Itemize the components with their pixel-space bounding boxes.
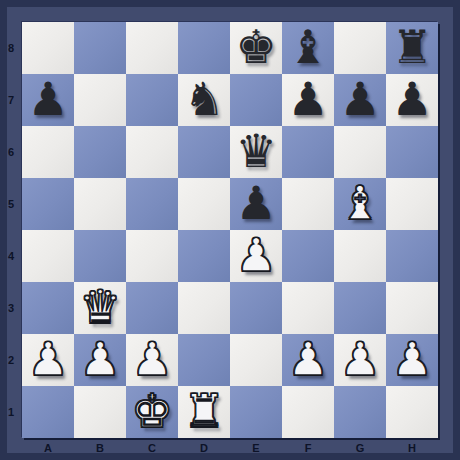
square-h2[interactable]: ♟ <box>386 334 438 386</box>
file-label-b: B <box>74 438 126 460</box>
square-c8[interactable] <box>126 22 178 74</box>
square-f4[interactable] <box>282 230 334 282</box>
square-g5[interactable]: ♝ <box>334 178 386 230</box>
square-e1[interactable] <box>230 386 282 438</box>
file-label-a: A <box>22 438 74 460</box>
file-labels: ABCDEFGH <box>22 438 438 460</box>
piece-black-pawn-a7[interactable]: ♟ <box>27 76 68 122</box>
chess-board: ♚♝♜♟♞♟♟♟♛♟♝♟♛♟♟♟♟♟♟♚♜ <box>22 22 438 438</box>
file-label-e: E <box>230 438 282 460</box>
square-a5[interactable] <box>22 178 74 230</box>
square-a3[interactable] <box>22 282 74 334</box>
square-f2[interactable]: ♟ <box>282 334 334 386</box>
rank-labels: 87654321 <box>0 22 22 438</box>
square-g7[interactable]: ♟ <box>334 74 386 126</box>
square-h4[interactable] <box>386 230 438 282</box>
piece-black-pawn-f7[interactable]: ♟ <box>287 76 328 122</box>
square-g1[interactable] <box>334 386 386 438</box>
rank-label-1: 1 <box>0 386 22 438</box>
square-g2[interactable]: ♟ <box>334 334 386 386</box>
piece-white-king-c1[interactable]: ♚ <box>131 388 172 434</box>
square-b5[interactable] <box>74 178 126 230</box>
square-h5[interactable] <box>386 178 438 230</box>
square-h6[interactable] <box>386 126 438 178</box>
square-a7[interactable]: ♟ <box>22 74 74 126</box>
square-d3[interactable] <box>178 282 230 334</box>
square-h7[interactable]: ♟ <box>386 74 438 126</box>
rank-label-5: 5 <box>0 178 22 230</box>
square-f6[interactable] <box>282 126 334 178</box>
piece-white-pawn-h2[interactable]: ♟ <box>391 336 432 382</box>
rank-label-7: 7 <box>0 74 22 126</box>
piece-black-rook-h8[interactable]: ♜ <box>391 24 432 70</box>
square-b6[interactable] <box>74 126 126 178</box>
square-f8[interactable]: ♝ <box>282 22 334 74</box>
piece-white-pawn-f2[interactable]: ♟ <box>287 336 328 382</box>
square-b1[interactable] <box>74 386 126 438</box>
square-g6[interactable] <box>334 126 386 178</box>
square-e2[interactable] <box>230 334 282 386</box>
piece-white-pawn-a2[interactable]: ♟ <box>27 336 68 382</box>
square-e4[interactable]: ♟ <box>230 230 282 282</box>
piece-white-bishop-g5[interactable]: ♝ <box>339 180 380 226</box>
rank-label-8: 8 <box>0 22 22 74</box>
square-g8[interactable] <box>334 22 386 74</box>
square-h8[interactable]: ♜ <box>386 22 438 74</box>
piece-white-rook-d1[interactable]: ♜ <box>183 388 224 434</box>
square-a8[interactable] <box>22 22 74 74</box>
square-f7[interactable]: ♟ <box>282 74 334 126</box>
piece-black-bishop-f8[interactable]: ♝ <box>287 24 328 70</box>
square-c1[interactable]: ♚ <box>126 386 178 438</box>
square-e5[interactable]: ♟ <box>230 178 282 230</box>
chess-board-panel: 87654321 ♚♝♜♟♞♟♟♟♛♟♝♟♛♟♟♟♟♟♟♚♜ ABCDEFGH <box>0 0 460 460</box>
piece-white-pawn-b2[interactable]: ♟ <box>79 336 120 382</box>
square-e3[interactable] <box>230 282 282 334</box>
rank-label-6: 6 <box>0 126 22 178</box>
square-h1[interactable] <box>386 386 438 438</box>
square-h3[interactable] <box>386 282 438 334</box>
square-d2[interactable] <box>178 334 230 386</box>
piece-white-queen-b3[interactable]: ♛ <box>79 284 120 330</box>
file-label-f: F <box>282 438 334 460</box>
square-e8[interactable]: ♚ <box>230 22 282 74</box>
file-label-g: G <box>334 438 386 460</box>
square-c4[interactable] <box>126 230 178 282</box>
square-d1[interactable]: ♜ <box>178 386 230 438</box>
rank-label-4: 4 <box>0 230 22 282</box>
piece-black-knight-d7[interactable]: ♞ <box>183 76 224 122</box>
square-b4[interactable] <box>74 230 126 282</box>
square-f1[interactable] <box>282 386 334 438</box>
piece-white-pawn-c2[interactable]: ♟ <box>131 336 172 382</box>
piece-black-pawn-g7[interactable]: ♟ <box>339 76 380 122</box>
square-a2[interactable]: ♟ <box>22 334 74 386</box>
square-e6[interactable]: ♛ <box>230 126 282 178</box>
piece-black-pawn-h7[interactable]: ♟ <box>391 76 432 122</box>
square-b8[interactable] <box>74 22 126 74</box>
square-e7[interactable] <box>230 74 282 126</box>
file-label-c: C <box>126 438 178 460</box>
file-label-h: H <box>386 438 438 460</box>
piece-black-pawn-e5[interactable]: ♟ <box>235 180 276 226</box>
square-a6[interactable] <box>22 126 74 178</box>
square-g4[interactable] <box>334 230 386 282</box>
square-c7[interactable] <box>126 74 178 126</box>
square-g3[interactable] <box>334 282 386 334</box>
square-d6[interactable] <box>178 126 230 178</box>
rank-label-3: 3 <box>0 282 22 334</box>
square-f3[interactable] <box>282 282 334 334</box>
file-label-d: D <box>178 438 230 460</box>
square-a4[interactable] <box>22 230 74 282</box>
piece-white-pawn-e4[interactable]: ♟ <box>235 232 276 278</box>
piece-black-queen-e6[interactable]: ♛ <box>235 128 276 174</box>
square-c2[interactable]: ♟ <box>126 334 178 386</box>
square-d8[interactable] <box>178 22 230 74</box>
square-b2[interactable]: ♟ <box>74 334 126 386</box>
square-c5[interactable] <box>126 178 178 230</box>
piece-black-king-e8[interactable]: ♚ <box>235 24 276 70</box>
square-a1[interactable] <box>22 386 74 438</box>
square-b3[interactable]: ♛ <box>74 282 126 334</box>
square-c6[interactable] <box>126 126 178 178</box>
square-d7[interactable]: ♞ <box>178 74 230 126</box>
piece-white-pawn-g2[interactable]: ♟ <box>339 336 380 382</box>
square-d5[interactable] <box>178 178 230 230</box>
square-c3[interactable] <box>126 282 178 334</box>
rank-label-2: 2 <box>0 334 22 386</box>
square-f5[interactable] <box>282 178 334 230</box>
square-d4[interactable] <box>178 230 230 282</box>
square-b7[interactable] <box>74 74 126 126</box>
